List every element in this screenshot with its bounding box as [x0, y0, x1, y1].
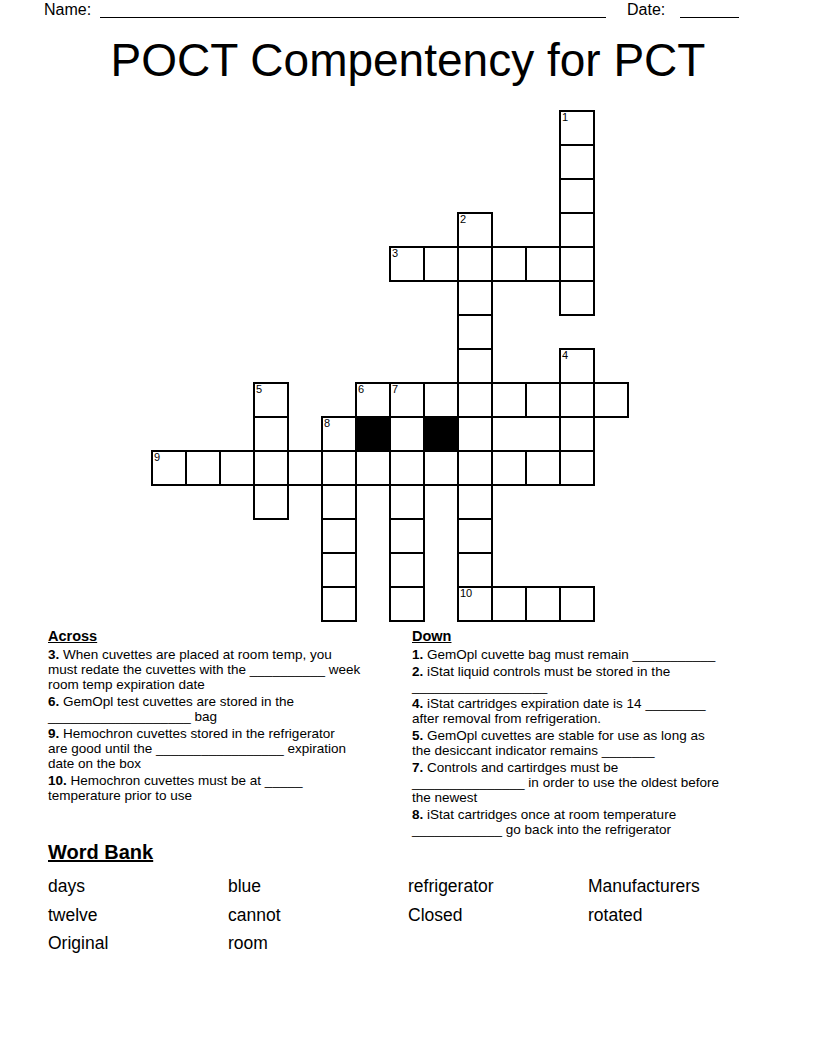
crossword-cell[interactable]	[560, 587, 594, 621]
crossword-cell[interactable]	[254, 451, 288, 485]
crossword-cell[interactable]	[560, 145, 594, 179]
crossword-cell[interactable]	[322, 553, 356, 587]
clue-line: after removal from refrigeration.	[412, 711, 768, 726]
crossword-cell[interactable]	[458, 553, 492, 587]
clue-number: 3	[392, 248, 398, 259]
clue-line: are good until the _________________ exp…	[48, 741, 414, 756]
crossword-cell[interactable]	[322, 587, 356, 621]
crossword-cell[interactable]	[560, 213, 594, 247]
date-blank-line[interactable]	[680, 17, 739, 18]
clue-line: 7. Controls and cartirdges must be	[412, 760, 768, 775]
crossword-cell[interactable]	[322, 519, 356, 553]
crossword-cell[interactable]: 3	[390, 247, 424, 281]
crossword-cell[interactable]	[492, 587, 526, 621]
crossword-cell[interactable]	[390, 451, 424, 485]
clue-line: __________________	[412, 679, 768, 694]
crossword-cell[interactable]	[186, 451, 220, 485]
clue-number: 2	[460, 214, 466, 225]
clue-line: 2. iStat liquid controls must be stored …	[412, 664, 768, 679]
word-bank: Word Bank daysbluerefrigeratorManufactur…	[48, 841, 768, 958]
crossword-cell[interactable]	[220, 451, 254, 485]
clue-line: ___________________ bag	[48, 709, 414, 724]
crossword-cell[interactable]	[458, 383, 492, 417]
crossword-cell[interactable]	[458, 349, 492, 383]
crossword-cell[interactable]	[390, 519, 424, 553]
clue-line: must redate the cuvettes with the ______…	[48, 662, 414, 677]
crossword-cell[interactable]	[560, 417, 594, 451]
crossword-cell[interactable]	[424, 247, 458, 281]
down-heading: Down	[412, 628, 768, 644]
crossword-cell[interactable]	[458, 281, 492, 315]
crossword-cell[interactable]	[390, 587, 424, 621]
crossword-cell[interactable]	[322, 485, 356, 519]
crossword-cell[interactable]	[526, 451, 560, 485]
clue-line: 10. Hemochron cuvettes must be at _____	[48, 773, 414, 788]
crossword-cell[interactable]	[458, 315, 492, 349]
clue-across-10: 10. Hemochron cuvettes must be at _____t…	[48, 773, 414, 803]
crossword-cell[interactable]	[322, 451, 356, 485]
crossword-cell[interactable]	[526, 247, 560, 281]
page-title: POCT Compentency for PCT	[0, 33, 816, 87]
clue-number: 10	[460, 588, 472, 599]
across-heading: Across	[48, 628, 414, 644]
crossword-cell[interactable]	[424, 451, 458, 485]
crossword-cell[interactable]	[492, 247, 526, 281]
crossword-cell[interactable]: 1	[560, 111, 594, 145]
across-clue-list: 3. When cuvettes are placed at room temp…	[48, 647, 414, 803]
crossword-cell[interactable]	[526, 383, 560, 417]
clue-line: the newest	[412, 790, 768, 805]
crossword-cell[interactable]	[458, 417, 492, 451]
clue-line: 9. Hemochron cuvettes stored in the refr…	[48, 726, 414, 741]
clue-line: 3. When cuvettes are placed at room temp…	[48, 647, 414, 662]
clue-number: 7	[392, 384, 398, 395]
clue-across-9: 9. Hemochron cuvettes stored in the refr…	[48, 726, 414, 771]
clue-line: room temp expiration date	[48, 677, 414, 692]
crossword-cell[interactable]	[254, 417, 288, 451]
crossword-cell[interactable]: 5	[254, 383, 288, 417]
clue-line: ____________ go back into the refrigerat…	[412, 822, 768, 837]
crossword-cell[interactable]	[458, 247, 492, 281]
word-bank-word: days	[48, 872, 228, 901]
clue-across-3: 3. When cuvettes are placed at room temp…	[48, 647, 414, 692]
crossword-cell[interactable]	[390, 417, 424, 451]
crossword-cell[interactable]	[526, 587, 560, 621]
crossword-cell[interactable]	[560, 281, 594, 315]
clue-down-1: 1. GemOpl cuvette bag must remain ______…	[412, 647, 768, 662]
crossword-grid: 12345678910	[152, 111, 628, 621]
crossword-cell[interactable]	[560, 247, 594, 281]
word-bank-word: twelve	[48, 901, 228, 930]
word-bank-word: cannot	[228, 901, 408, 930]
crossword-cell[interactable]	[390, 485, 424, 519]
down-clues: Down 1. GemOpl cuvette bag must remain _…	[412, 628, 768, 839]
crossword-cell[interactable]	[288, 451, 322, 485]
word-bank-word: refrigerator	[408, 872, 588, 901]
clue-number: 6	[358, 384, 364, 395]
crossword-cell[interactable]	[560, 383, 594, 417]
crossword-cell[interactable]	[390, 553, 424, 587]
crossword-cell[interactable]	[424, 383, 458, 417]
crossword-cell[interactable]: 6	[356, 383, 390, 417]
clue-line: 4. iStat cartridges expiration date is 1…	[412, 696, 768, 711]
word-bank-word: blue	[228, 872, 408, 901]
crossword-cell[interactable]: 10	[458, 587, 492, 621]
clue-line: temperature prior to use	[48, 788, 414, 803]
crossword-cell[interactable]	[492, 383, 526, 417]
word-bank-heading: Word Bank	[48, 841, 768, 864]
clue-down-4: 4. iStat cartridges expiration date is 1…	[412, 696, 768, 726]
crossword-cell[interactable]	[458, 519, 492, 553]
clue-line: 5. GemOpl cuvettes are stable for use as…	[412, 728, 768, 743]
crossword-cell[interactable]: 8	[322, 417, 356, 451]
crossword-cell[interactable]	[356, 451, 390, 485]
name-blank-line[interactable]	[100, 17, 606, 18]
clue-line: 6. GemOpl test cuvettes are stored in th…	[48, 694, 414, 709]
word-bank-word: rotated	[588, 901, 768, 930]
crossword-cell[interactable]: 4	[560, 349, 594, 383]
blocked-cell	[424, 417, 458, 451]
clue-down-2: 2. iStat liquid controls must be stored …	[412, 664, 768, 694]
date-label: Date:	[627, 1, 665, 19]
across-clues: Across 3. When cuvettes are placed at ro…	[48, 628, 414, 805]
clue-number: 4	[562, 350, 568, 361]
clue-across-6: 6. GemOpl test cuvettes are stored in th…	[48, 694, 414, 724]
crossword-cell[interactable]	[458, 451, 492, 485]
blocked-cell	[356, 417, 390, 451]
clue-line: the desiccant indicator remains _______	[412, 743, 768, 758]
word-bank-word: room	[228, 929, 408, 958]
name-label: Name:	[44, 1, 91, 19]
clue-line: date on the box	[48, 756, 414, 771]
clue-number: 5	[256, 384, 262, 395]
word-bank-word: Closed	[408, 901, 588, 930]
word-bank-word: Manufacturers	[588, 872, 768, 901]
clue-down-7: 7. Controls and cartirdges must be______…	[412, 760, 768, 805]
crossword-cell[interactable]	[594, 383, 628, 417]
crossword-cell[interactable]	[492, 451, 526, 485]
clue-number: 9	[154, 452, 160, 463]
down-clue-list: 1. GemOpl cuvette bag must remain ______…	[412, 647, 768, 837]
clue-line: 8. iStat cartridges once at room tempera…	[412, 807, 768, 822]
crossword-cell[interactable]	[560, 179, 594, 213]
clue-down-8: 8. iStat cartridges once at room tempera…	[412, 807, 768, 837]
crossword-cell[interactable]: 7	[390, 383, 424, 417]
clue-line: _______________ in order to use the olde…	[412, 775, 768, 790]
crossword-cell[interactable]: 2	[458, 213, 492, 247]
clue-number: 8	[324, 418, 330, 429]
word-bank-list: daysbluerefrigeratorManufacturerstwelvec…	[48, 872, 768, 958]
crossword-cell[interactable]	[254, 485, 288, 519]
crossword-cell[interactable]	[458, 485, 492, 519]
clue-down-5: 5. GemOpl cuvettes are stable for use as…	[412, 728, 768, 758]
crossword-cell[interactable]	[560, 451, 594, 485]
crossword-cell[interactable]: 9	[152, 451, 186, 485]
clue-number: 1	[562, 112, 568, 123]
clue-line: 1. GemOpl cuvette bag must remain ______…	[412, 647, 768, 662]
word-bank-word: Original	[48, 929, 228, 958]
